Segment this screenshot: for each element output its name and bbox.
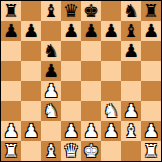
chess-board-frame: ♜♝♛♚♞♜♟♟♟♟♟♝♟♞♟♟♟♞♞♟♟♟♟♟♟♝♟♜♝♛♚♜ <box>0 0 162 162</box>
white-pawn-f2: ♟ <box>103 121 119 141</box>
square-e1[interactable]: ♚ <box>81 141 101 161</box>
black-pawn-e7: ♟ <box>83 21 99 41</box>
square-c1[interactable]: ♝ <box>41 141 61 161</box>
black-bishop-g7: ♝ <box>123 21 139 41</box>
black-rook-a8: ♜ <box>3 1 19 21</box>
square-d1[interactable]: ♛ <box>61 141 81 161</box>
square-c8[interactable]: ♝ <box>41 1 61 21</box>
white-knight-c3: ♞ <box>43 101 59 121</box>
black-pawn-g6: ♟ <box>123 41 139 61</box>
white-rook-a1: ♜ <box>3 141 19 161</box>
square-a3[interactable] <box>1 101 21 121</box>
square-d4[interactable] <box>61 81 81 101</box>
square-e5[interactable] <box>81 61 101 81</box>
square-h6[interactable] <box>141 41 161 61</box>
black-queen-d8: ♛ <box>63 1 79 21</box>
square-a1[interactable]: ♜ <box>1 141 21 161</box>
square-e4[interactable] <box>81 81 101 101</box>
white-pawn-h2: ♟ <box>143 121 159 141</box>
square-g1[interactable] <box>121 141 141 161</box>
white-queen-d1: ♛ <box>63 141 79 161</box>
square-a8[interactable]: ♜ <box>1 1 21 21</box>
square-e2[interactable]: ♟ <box>81 121 101 141</box>
square-a5[interactable] <box>1 61 21 81</box>
square-g7[interactable]: ♝ <box>121 21 141 41</box>
square-g5[interactable] <box>121 61 141 81</box>
square-f8[interactable] <box>101 1 121 21</box>
square-c7[interactable] <box>41 21 61 41</box>
black-pawn-a7: ♟ <box>3 21 19 41</box>
square-f1[interactable] <box>101 141 121 161</box>
black-pawn-c5: ♟ <box>43 61 59 81</box>
square-e7[interactable]: ♟ <box>81 21 101 41</box>
square-g3[interactable]: ♟ <box>121 101 141 121</box>
white-pawn-g3: ♟ <box>123 101 139 121</box>
square-g4[interactable] <box>121 81 141 101</box>
black-rook-h8: ♜ <box>143 1 159 21</box>
square-c6[interactable]: ♞ <box>41 41 61 61</box>
square-c4[interactable]: ♟ <box>41 81 61 101</box>
white-pawn-c4: ♟ <box>43 81 59 101</box>
square-e8[interactable]: ♚ <box>81 1 101 21</box>
square-d5[interactable] <box>61 61 81 81</box>
square-f7[interactable]: ♟ <box>101 21 121 41</box>
square-e3[interactable] <box>81 101 101 121</box>
white-pawn-b2: ♟ <box>23 121 39 141</box>
square-f2[interactable]: ♟ <box>101 121 121 141</box>
square-a7[interactable]: ♟ <box>1 21 21 41</box>
square-d8[interactable]: ♛ <box>61 1 81 21</box>
white-knight-f3: ♞ <box>103 101 119 121</box>
square-g8[interactable]: ♞ <box>121 1 141 21</box>
square-d7[interactable]: ♟ <box>61 21 81 41</box>
square-b6[interactable] <box>21 41 41 61</box>
square-a6[interactable] <box>1 41 21 61</box>
black-bishop-c8: ♝ <box>43 1 59 21</box>
square-b8[interactable] <box>21 1 41 21</box>
white-pawn-e2: ♟ <box>83 121 99 141</box>
square-b5[interactable] <box>21 61 41 81</box>
square-h3[interactable] <box>141 101 161 121</box>
black-pawn-h7: ♟ <box>143 21 159 41</box>
square-d2[interactable]: ♟ <box>61 121 81 141</box>
black-pawn-d7: ♟ <box>63 21 79 41</box>
square-d3[interactable] <box>61 101 81 121</box>
square-f3[interactable]: ♞ <box>101 101 121 121</box>
white-rook-h1: ♜ <box>143 141 159 161</box>
square-d6[interactable] <box>61 41 81 61</box>
black-pawn-b7: ♟ <box>23 21 39 41</box>
square-h4[interactable] <box>141 81 161 101</box>
square-b7[interactable]: ♟ <box>21 21 41 41</box>
square-f5[interactable] <box>101 61 121 81</box>
square-b1[interactable] <box>21 141 41 161</box>
square-g6[interactable]: ♟ <box>121 41 141 61</box>
square-h1[interactable]: ♜ <box>141 141 161 161</box>
white-bishop-c1: ♝ <box>43 141 59 161</box>
white-pawn-a2: ♟ <box>3 121 19 141</box>
square-c3[interactable]: ♞ <box>41 101 61 121</box>
white-bishop-g2: ♝ <box>123 121 139 141</box>
white-pawn-d2: ♟ <box>63 121 79 141</box>
black-king-e8: ♚ <box>83 1 99 21</box>
square-a2[interactable]: ♟ <box>1 121 21 141</box>
square-f4[interactable] <box>101 81 121 101</box>
square-h7[interactable]: ♟ <box>141 21 161 41</box>
white-king-e1: ♚ <box>83 141 99 161</box>
chess-board: ♜♝♛♚♞♜♟♟♟♟♟♝♟♞♟♟♟♞♞♟♟♟♟♟♟♝♟♜♝♛♚♜ <box>1 1 161 161</box>
square-h5[interactable] <box>141 61 161 81</box>
square-e6[interactable] <box>81 41 101 61</box>
square-h2[interactable]: ♟ <box>141 121 161 141</box>
square-h8[interactable]: ♜ <box>141 1 161 21</box>
square-a4[interactable] <box>1 81 21 101</box>
black-pawn-f7: ♟ <box>103 21 119 41</box>
square-b4[interactable] <box>21 81 41 101</box>
square-b3[interactable] <box>21 101 41 121</box>
square-c2[interactable] <box>41 121 61 141</box>
square-g2[interactable]: ♝ <box>121 121 141 141</box>
square-c5[interactable]: ♟ <box>41 61 61 81</box>
black-knight-g8: ♞ <box>123 1 139 21</box>
black-knight-c6: ♞ <box>43 41 59 61</box>
square-f6[interactable] <box>101 41 121 61</box>
square-b2[interactable]: ♟ <box>21 121 41 141</box>
